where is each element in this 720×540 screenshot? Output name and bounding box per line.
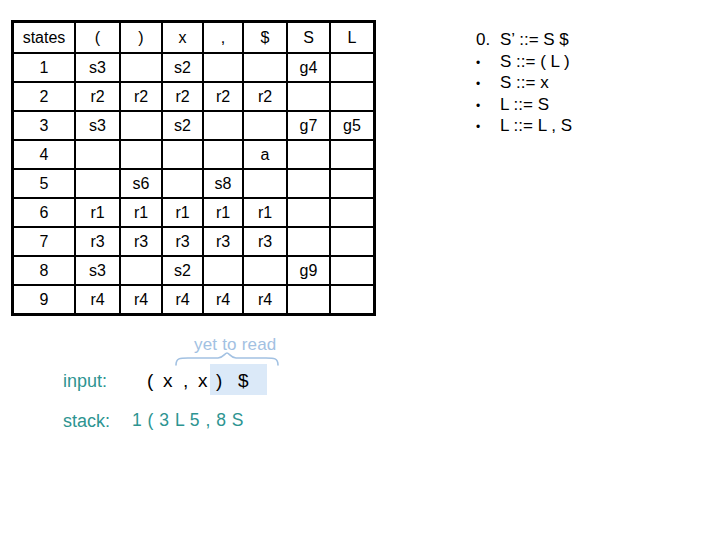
table-action-cell: r3 <box>120 227 162 256</box>
stack-label: stack: <box>63 411 110 432</box>
table-state-cell: 5 <box>13 169 75 198</box>
table-action-cell <box>287 140 330 169</box>
rule-number: 0. <box>476 29 500 51</box>
grammar-rule-text: S’ ::= S $ <box>500 29 569 51</box>
grammar-rule-text: L ::= L , S <box>500 115 572 137</box>
table-action-cell <box>203 111 243 140</box>
table-header-cell: states <box>13 22 75 53</box>
table-action-cell <box>287 285 330 314</box>
table-action-cell: r2 <box>75 82 120 111</box>
table-action-cell <box>75 140 120 169</box>
table-action-cell <box>287 198 330 227</box>
table-action-cell: g5 <box>330 111 374 140</box>
grammar-rule: •L ::= S <box>476 94 572 116</box>
input-token: x <box>163 370 173 392</box>
table-action-cell <box>330 198 374 227</box>
table-state-cell: 6 <box>13 198 75 227</box>
table-action-cell <box>243 53 287 82</box>
table-action-cell: r4 <box>120 285 162 314</box>
table-action-cell: s2 <box>162 111 203 140</box>
grammar-rule: 0.S’ ::= S $ <box>476 29 572 51</box>
table-action-cell: g4 <box>287 53 330 82</box>
table-state-cell: 4 <box>13 140 75 169</box>
table-action-cell <box>243 169 287 198</box>
table-action-cell: r4 <box>203 285 243 314</box>
table-action-cell <box>287 169 330 198</box>
input-label: input: <box>63 371 107 392</box>
table-action-cell <box>330 53 374 82</box>
table-action-cell <box>203 256 243 285</box>
input-token: , <box>183 370 188 392</box>
table-state-cell: 8 <box>13 256 75 285</box>
table-action-cell: r4 <box>162 285 203 314</box>
table-action-cell <box>120 140 162 169</box>
table-action-cell: r3 <box>243 227 287 256</box>
table-action-cell <box>120 53 162 82</box>
table-action-cell: s3 <box>75 111 120 140</box>
table-header-cell: L <box>330 22 374 53</box>
stack-value: 1 ( 3 L 5 , 8 S <box>132 410 244 431</box>
table-action-cell <box>162 169 203 198</box>
table-action-cell: r2 <box>162 82 203 111</box>
table-action-cell <box>330 140 374 169</box>
table-action-cell <box>75 169 120 198</box>
table-action-cell: s3 <box>75 53 120 82</box>
table-action-cell <box>120 111 162 140</box>
grammar-rule: •L ::= L , S <box>476 115 572 137</box>
table-state-cell: 9 <box>13 285 75 314</box>
table-header-cell: , <box>203 22 243 53</box>
grammar-rule: •S ::= ( L ) <box>476 51 572 73</box>
table-action-cell: r1 <box>162 198 203 227</box>
table-action-cell: r4 <box>243 285 287 314</box>
table-action-cell <box>203 140 243 169</box>
grammar-rule-text: S ::= x <box>500 72 549 94</box>
table-state-cell: 1 <box>13 53 75 82</box>
table-action-cell <box>162 140 203 169</box>
bullet-icon: • <box>476 53 500 75</box>
table-action-cell: s3 <box>75 256 120 285</box>
grammar-list: 0.S’ ::= S $•S ::= ( L )•S ::= x•L ::= S… <box>476 29 572 137</box>
grammar-rule: •S ::= x <box>476 72 572 94</box>
bullet-icon: • <box>476 96 500 118</box>
grammar-rule-text: S ::= ( L ) <box>500 51 570 73</box>
input-token: $ <box>238 370 249 392</box>
grammar-rule-text: L ::= S <box>500 94 549 116</box>
table-action-cell: r1 <box>120 198 162 227</box>
table-action-cell <box>243 256 287 285</box>
table-header-cell: ) <box>120 22 162 53</box>
table-action-cell: r2 <box>203 82 243 111</box>
bullet-icon: • <box>476 74 500 96</box>
table-action-cell <box>330 82 374 111</box>
table-action-cell: r3 <box>75 227 120 256</box>
table-action-cell: s2 <box>162 53 203 82</box>
input-token: ) <box>216 370 222 392</box>
table-header-cell: x <box>162 22 203 53</box>
table-header-cell: S <box>287 22 330 53</box>
table-action-cell: a <box>243 140 287 169</box>
table-header-cell: ( <box>75 22 120 53</box>
table-action-cell: g9 <box>287 256 330 285</box>
table-action-cell <box>243 111 287 140</box>
input-token: x <box>198 370 208 392</box>
table-action-cell: r3 <box>203 227 243 256</box>
table-action-cell <box>330 256 374 285</box>
slide: states()x,$SL1s3s2g42r2r2r2r2r23s3s2g7g5… <box>0 0 720 540</box>
table-action-cell <box>330 285 374 314</box>
input-token: ( <box>147 370 153 392</box>
table-header-cell: $ <box>243 22 287 53</box>
table-action-cell <box>120 256 162 285</box>
table-action-cell: r2 <box>243 82 287 111</box>
table-action-cell: s8 <box>203 169 243 198</box>
table-action-cell: r3 <box>162 227 203 256</box>
table-action-cell <box>287 82 330 111</box>
table-action-cell: r1 <box>243 198 287 227</box>
table-action-cell: s6 <box>120 169 162 198</box>
table-action-cell: r1 <box>75 198 120 227</box>
table-action-cell: r4 <box>75 285 120 314</box>
table-action-cell: r2 <box>120 82 162 111</box>
table-action-cell <box>330 169 374 198</box>
table-action-cell <box>287 227 330 256</box>
table-action-cell: g7 <box>287 111 330 140</box>
table-action-cell <box>203 53 243 82</box>
table-action-cell <box>330 227 374 256</box>
bullet-icon: • <box>476 117 500 139</box>
parse-table: states()x,$SL1s3s2g42r2r2r2r2r23s3s2g7g5… <box>11 20 376 316</box>
table-action-cell: r1 <box>203 198 243 227</box>
table-state-cell: 3 <box>13 111 75 140</box>
table-state-cell: 2 <box>13 82 75 111</box>
table-state-cell: 7 <box>13 227 75 256</box>
table-action-cell: s2 <box>162 256 203 285</box>
